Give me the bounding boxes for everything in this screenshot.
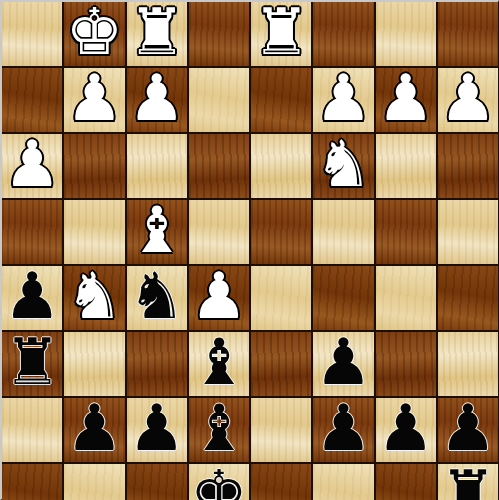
square-h6[interactable]: ♜: [2, 332, 62, 396]
square-f7[interactable]: ♟: [127, 398, 187, 462]
chess-board-window: ♚♜♜♟♟♟♟♟♟♞♝♟♞♞♟♜♝♟♟♟♝♟♟♟♚♜: [0, 0, 499, 500]
square-e8[interactable]: ♚: [189, 464, 249, 500]
square-g4[interactable]: [64, 200, 124, 264]
square-b8[interactable]: [376, 464, 436, 500]
black-bishop[interactable]: ♝: [190, 396, 247, 460]
black-king[interactable]: ♚: [190, 462, 247, 500]
black-pawn[interactable]: ♟: [439, 396, 496, 460]
black-pawn[interactable]: ♟: [128, 396, 185, 460]
square-d4[interactable]: [251, 200, 311, 264]
square-h4[interactable]: [2, 200, 62, 264]
white-pawn[interactable]: ♟: [190, 264, 247, 328]
square-g8[interactable]: [64, 464, 124, 500]
square-a6[interactable]: [438, 332, 498, 396]
square-h5[interactable]: ♟: [2, 266, 62, 330]
square-h3[interactable]: ♟: [2, 134, 62, 198]
square-e4[interactable]: [189, 200, 249, 264]
black-rook[interactable]: ♜: [3, 330, 60, 394]
square-d3[interactable]: [251, 134, 311, 198]
white-knight[interactable]: ♞: [315, 132, 372, 196]
chess-board: ♚♜♜♟♟♟♟♟♟♞♝♟♞♞♟♜♝♟♟♟♝♟♟♟♚♜: [0, 0, 499, 500]
square-c5[interactable]: [313, 266, 373, 330]
square-h7[interactable]: [2, 398, 62, 462]
square-c4[interactable]: [313, 200, 373, 264]
black-pawn[interactable]: ♟: [315, 396, 372, 460]
square-g6[interactable]: [64, 332, 124, 396]
square-e5[interactable]: ♟: [189, 266, 249, 330]
square-g3[interactable]: [64, 134, 124, 198]
square-b6[interactable]: [376, 332, 436, 396]
square-f3[interactable]: [127, 134, 187, 198]
square-g1[interactable]: ♚: [64, 2, 124, 66]
square-h1[interactable]: [2, 2, 62, 66]
white-rook[interactable]: ♜: [252, 0, 309, 64]
square-d7[interactable]: [251, 398, 311, 462]
square-a8[interactable]: ♜: [438, 464, 498, 500]
square-e6[interactable]: ♝: [189, 332, 249, 396]
square-c6[interactable]: ♟: [313, 332, 373, 396]
white-pawn[interactable]: ♟: [315, 66, 372, 130]
square-e3[interactable]: [189, 134, 249, 198]
black-pawn[interactable]: ♟: [66, 396, 123, 460]
square-e1[interactable]: [189, 2, 249, 66]
square-h8[interactable]: [2, 464, 62, 500]
square-e2[interactable]: [189, 68, 249, 132]
square-c7[interactable]: ♟: [313, 398, 373, 462]
square-h2[interactable]: [2, 68, 62, 132]
square-g5[interactable]: ♞: [64, 266, 124, 330]
square-f2[interactable]: ♟: [127, 68, 187, 132]
square-d6[interactable]: [251, 332, 311, 396]
square-g7[interactable]: ♟: [64, 398, 124, 462]
square-d2[interactable]: [251, 68, 311, 132]
white-bishop[interactable]: ♝: [128, 198, 185, 262]
black-knight[interactable]: ♞: [128, 264, 185, 328]
square-f8[interactable]: [127, 464, 187, 500]
square-a7[interactable]: ♟: [438, 398, 498, 462]
square-a5[interactable]: [438, 266, 498, 330]
square-b2[interactable]: ♟: [376, 68, 436, 132]
square-g2[interactable]: ♟: [64, 68, 124, 132]
square-f1[interactable]: ♜: [127, 2, 187, 66]
white-king[interactable]: ♚: [66, 0, 123, 64]
black-bishop[interactable]: ♝: [190, 330, 247, 394]
square-b3[interactable]: [376, 134, 436, 198]
square-b1[interactable]: [376, 2, 436, 66]
white-knight[interactable]: ♞: [66, 264, 123, 328]
black-pawn[interactable]: ♟: [3, 264, 60, 328]
square-a2[interactable]: ♟: [438, 68, 498, 132]
square-f6[interactable]: [127, 332, 187, 396]
square-b5[interactable]: [376, 266, 436, 330]
square-d1[interactable]: ♜: [251, 2, 311, 66]
white-rook[interactable]: ♜: [128, 0, 185, 64]
black-pawn[interactable]: ♟: [377, 396, 434, 460]
white-pawn[interactable]: ♟: [3, 132, 60, 196]
square-a1[interactable]: [438, 2, 498, 66]
square-c8[interactable]: [313, 464, 373, 500]
white-pawn[interactable]: ♟: [128, 66, 185, 130]
square-f4[interactable]: ♝: [127, 200, 187, 264]
square-d8[interactable]: [251, 464, 311, 500]
square-e7[interactable]: ♝: [189, 398, 249, 462]
square-a3[interactable]: [438, 134, 498, 198]
square-a4[interactable]: [438, 200, 498, 264]
square-c2[interactable]: ♟: [313, 68, 373, 132]
square-b4[interactable]: [376, 200, 436, 264]
white-pawn[interactable]: ♟: [377, 66, 434, 130]
square-d5[interactable]: [251, 266, 311, 330]
white-pawn[interactable]: ♟: [66, 66, 123, 130]
square-f5[interactable]: ♞: [127, 266, 187, 330]
square-b7[interactable]: ♟: [376, 398, 436, 462]
square-c1[interactable]: [313, 2, 373, 66]
white-pawn[interactable]: ♟: [439, 66, 496, 130]
square-c3[interactable]: ♞: [313, 134, 373, 198]
black-pawn[interactable]: ♟: [315, 330, 372, 394]
black-rook[interactable]: ♜: [439, 462, 496, 500]
